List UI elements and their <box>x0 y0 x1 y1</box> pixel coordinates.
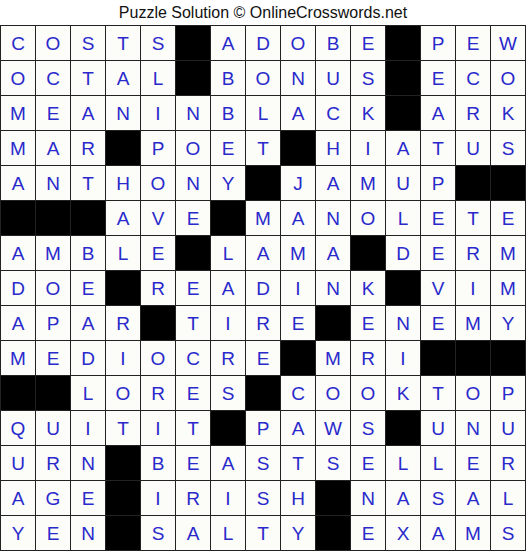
block-r6c7 <box>211 201 245 235</box>
cell-r15c1: Y <box>1 516 35 550</box>
cell-r14c12: A <box>386 481 420 515</box>
cell-r3c4: N <box>106 96 140 130</box>
cell-r2c1: O <box>1 61 35 95</box>
cell-r6c14: T <box>456 201 490 235</box>
cell-r3c9: A <box>281 96 315 130</box>
block-r1c6 <box>176 26 210 60</box>
cell-r5c2: N <box>36 166 70 200</box>
cell-r10c12: I <box>386 341 420 375</box>
cell-r13c11: E <box>351 446 385 480</box>
cell-r6c12: L <box>386 201 420 235</box>
cell-r10c3: D <box>71 341 105 375</box>
cell-r14c8: S <box>246 481 280 515</box>
cell-r15c15: S <box>491 516 525 550</box>
block-r8c12 <box>386 271 420 305</box>
cell-r14c3: E <box>71 481 105 515</box>
cell-r1c9: O <box>281 26 315 60</box>
cell-r6c5: V <box>141 201 175 235</box>
cell-r8c10: N <box>316 271 350 305</box>
cell-r9c6: T <box>176 306 210 340</box>
cell-r2c10: U <box>316 61 350 95</box>
cell-r15c9: Y <box>281 516 315 550</box>
cell-r8c5: R <box>141 271 175 305</box>
block-r6c3 <box>71 201 105 235</box>
cell-r1c8: D <box>246 26 280 60</box>
cell-r15c8: T <box>246 516 280 550</box>
cell-r15c5: S <box>141 516 175 550</box>
cell-r15c11: E <box>351 516 385 550</box>
cell-r6c6: E <box>176 201 210 235</box>
cell-r12c15: U <box>491 411 525 445</box>
cell-r6c8: M <box>246 201 280 235</box>
cell-r11c11: O <box>351 376 385 410</box>
cell-r9c8: R <box>246 306 280 340</box>
cell-r9c11: E <box>351 306 385 340</box>
block-r8c4 <box>106 271 140 305</box>
cell-r13c6: E <box>176 446 210 480</box>
cell-r7c3: B <box>71 236 105 270</box>
block-r5c15 <box>491 166 525 200</box>
puzzle-title: Puzzle Solution © OnlineCrosswords.net <box>0 0 526 25</box>
cell-r13c15: R <box>491 446 525 480</box>
cell-r7c13: E <box>421 236 455 270</box>
block-r13c4 <box>106 446 140 480</box>
cell-r10c2: E <box>36 341 70 375</box>
cell-r9c1: A <box>1 306 35 340</box>
block-r5c8 <box>246 166 280 200</box>
cell-r12c1: Q <box>1 411 35 445</box>
cell-r10c11: R <box>351 341 385 375</box>
cell-r4c15: S <box>491 131 525 165</box>
cell-r15c13: A <box>421 516 455 550</box>
cell-r3c5: I <box>141 96 175 130</box>
block-r11c8 <box>246 376 280 410</box>
cell-r2c9: N <box>281 61 315 95</box>
block-r5c14 <box>456 166 490 200</box>
cell-r5c1: A <box>1 166 35 200</box>
block-r2c6 <box>176 61 210 95</box>
cell-r1c14: E <box>456 26 490 60</box>
block-r15c4 <box>106 516 140 550</box>
cell-r8c8: D <box>246 271 280 305</box>
cell-r8c3: E <box>71 271 105 305</box>
cell-r5c13: P <box>421 166 455 200</box>
cell-r7c12: D <box>386 236 420 270</box>
cell-r11c9: C <box>281 376 315 410</box>
cell-r12c4: T <box>106 411 140 445</box>
cell-r4c8: T <box>246 131 280 165</box>
cell-r4c12: A <box>386 131 420 165</box>
block-r11c2 <box>36 376 70 410</box>
cell-r13c9: T <box>281 446 315 480</box>
cell-r5c11: M <box>351 166 385 200</box>
cell-r6c13: E <box>421 201 455 235</box>
cell-r2c3: T <box>71 61 105 95</box>
cell-r8c1: D <box>1 271 35 305</box>
block-r14c4 <box>106 481 140 515</box>
cell-r8c15: M <box>491 271 525 305</box>
cell-r4c10: H <box>316 131 350 165</box>
cell-r2c13: E <box>421 61 455 95</box>
cell-r11c5: R <box>141 376 175 410</box>
cell-r5c12: U <box>386 166 420 200</box>
cell-r6c11: O <box>351 201 385 235</box>
cell-r4c11: I <box>351 131 385 165</box>
cell-r2c8: O <box>246 61 280 95</box>
cell-r12c9: A <box>281 411 315 445</box>
cell-r9c12: N <box>386 306 420 340</box>
cell-r13c13: L <box>421 446 455 480</box>
block-r4c4 <box>106 131 140 165</box>
cell-r11c6: E <box>176 376 210 410</box>
cell-r3c10: C <box>316 96 350 130</box>
cell-r9c14: M <box>456 306 490 340</box>
cell-r3c1: M <box>1 96 35 130</box>
cell-r3c3: A <box>71 96 105 130</box>
block-r10c13 <box>421 341 455 375</box>
cell-r9c4: R <box>106 306 140 340</box>
cell-r15c7: L <box>211 516 245 550</box>
block-r9c10 <box>316 306 350 340</box>
cell-r9c15: Y <box>491 306 525 340</box>
cell-r10c7: R <box>211 341 245 375</box>
cell-r7c4: L <box>106 236 140 270</box>
cell-r9c13: E <box>421 306 455 340</box>
cell-r12c3: I <box>71 411 105 445</box>
cell-r12c6: T <box>176 411 210 445</box>
cell-r5c9: J <box>281 166 315 200</box>
cell-r1c3: S <box>71 26 105 60</box>
puzzle-solution-page: Puzzle Solution © OnlineCrosswords.net C… <box>0 0 526 551</box>
block-r10c9 <box>281 341 315 375</box>
block-r7c11 <box>351 236 385 270</box>
cell-r4c5: P <box>141 131 175 165</box>
block-r12c7 <box>211 411 245 445</box>
cell-r13c14: E <box>456 446 490 480</box>
cell-r11c3: L <box>71 376 105 410</box>
cell-r14c2: G <box>36 481 70 515</box>
block-r7c6 <box>176 236 210 270</box>
cell-r10c4: I <box>106 341 140 375</box>
block-r12c12 <box>386 411 420 445</box>
cell-r14c11: N <box>351 481 385 515</box>
cell-r1c13: P <box>421 26 455 60</box>
cell-r13c8: S <box>246 446 280 480</box>
cell-r13c7: A <box>211 446 245 480</box>
cell-r7c2: M <box>36 236 70 270</box>
cell-r7c1: A <box>1 236 35 270</box>
cell-r10c1: M <box>1 341 35 375</box>
cell-r6c4: A <box>106 201 140 235</box>
cell-r8c6: E <box>176 271 210 305</box>
cell-r10c8: E <box>246 341 280 375</box>
block-r10c14 <box>456 341 490 375</box>
cell-r12c8: P <box>246 411 280 445</box>
cell-r3c6: N <box>176 96 210 130</box>
cell-r8c9: I <box>281 271 315 305</box>
cell-r12c5: I <box>141 411 175 445</box>
cell-r2c5: L <box>141 61 175 95</box>
cell-r14c15: L <box>491 481 525 515</box>
cell-r11c14: O <box>456 376 490 410</box>
cell-r12c14: N <box>456 411 490 445</box>
cell-r2c4: A <box>106 61 140 95</box>
cell-r11c15: P <box>491 376 525 410</box>
cell-r15c3: N <box>71 516 105 550</box>
cell-r15c12: X <box>386 516 420 550</box>
cell-r5c6: N <box>176 166 210 200</box>
cell-r14c9: H <box>281 481 315 515</box>
cell-r14c5: I <box>141 481 175 515</box>
cell-r6c10: N <box>316 201 350 235</box>
cell-r9c2: P <box>36 306 70 340</box>
cell-r3c2: E <box>36 96 70 130</box>
block-r4c9 <box>281 131 315 165</box>
cell-r8c13: V <box>421 271 455 305</box>
cell-r5c5: O <box>141 166 175 200</box>
cell-r10c10: M <box>316 341 350 375</box>
cell-r12c2: U <box>36 411 70 445</box>
cell-r3c14: R <box>456 96 490 130</box>
cell-r15c14: M <box>456 516 490 550</box>
cell-r11c4: O <box>106 376 140 410</box>
cell-r14c14: A <box>456 481 490 515</box>
crossword-grid: COSTSADOBEPEWOCTALBONUSECOMEANINBLACKARK… <box>0 25 526 551</box>
cell-r7c14: R <box>456 236 490 270</box>
cell-r8c11: K <box>351 271 385 305</box>
cell-r11c12: K <box>386 376 420 410</box>
cell-r1c10: B <box>316 26 350 60</box>
cell-r5c4: H <box>106 166 140 200</box>
cell-r5c3: T <box>71 166 105 200</box>
cell-r7c5: E <box>141 236 175 270</box>
cell-r8c14: I <box>456 271 490 305</box>
cell-r14c13: S <box>421 481 455 515</box>
cell-r14c1: A <box>1 481 35 515</box>
cell-r13c12: L <box>386 446 420 480</box>
block-r3c12 <box>386 96 420 130</box>
cell-r4c3: R <box>71 131 105 165</box>
cell-r1c11: E <box>351 26 385 60</box>
block-r6c2 <box>36 201 70 235</box>
cell-r13c5: B <box>141 446 175 480</box>
cell-r7c8: A <box>246 236 280 270</box>
cell-r2c7: B <box>211 61 245 95</box>
cell-r4c14: U <box>456 131 490 165</box>
cell-r3c15: K <box>491 96 525 130</box>
cell-r1c4: T <box>106 26 140 60</box>
cell-r4c2: A <box>36 131 70 165</box>
cell-r4c1: M <box>1 131 35 165</box>
cell-r1c15: W <box>491 26 525 60</box>
cell-r2c2: C <box>36 61 70 95</box>
cell-r4c7: E <box>211 131 245 165</box>
cell-r9c3: A <box>71 306 105 340</box>
cell-r1c7: A <box>211 26 245 60</box>
cell-r9c9: E <box>281 306 315 340</box>
block-r9c5 <box>141 306 175 340</box>
cell-r2c15: O <box>491 61 525 95</box>
cell-r14c6: R <box>176 481 210 515</box>
cell-r15c6: A <box>176 516 210 550</box>
cell-r11c10: O <box>316 376 350 410</box>
cell-r1c1: C <box>1 26 35 60</box>
cell-r8c7: A <box>211 271 245 305</box>
cell-r7c9: M <box>281 236 315 270</box>
cell-r13c2: R <box>36 446 70 480</box>
block-r1c12 <box>386 26 420 60</box>
cell-r6c15: E <box>491 201 525 235</box>
block-r14c10 <box>316 481 350 515</box>
cell-r4c6: O <box>176 131 210 165</box>
cell-r13c10: S <box>316 446 350 480</box>
cell-r12c11: S <box>351 411 385 445</box>
block-r6c1 <box>1 201 35 235</box>
cell-r10c5: O <box>141 341 175 375</box>
cell-r7c7: L <box>211 236 245 270</box>
cell-r15c2: E <box>36 516 70 550</box>
cell-r7c10: A <box>316 236 350 270</box>
block-r2c12 <box>386 61 420 95</box>
cell-r3c8: L <box>246 96 280 130</box>
cell-r14c7: I <box>211 481 245 515</box>
cell-r9c7: I <box>211 306 245 340</box>
cell-r3c7: B <box>211 96 245 130</box>
cell-r4c13: T <box>421 131 455 165</box>
cell-r1c2: O <box>36 26 70 60</box>
cell-r7c15: M <box>491 236 525 270</box>
cell-r3c13: A <box>421 96 455 130</box>
cell-r2c14: C <box>456 61 490 95</box>
cell-r12c13: U <box>421 411 455 445</box>
cell-r5c7: Y <box>211 166 245 200</box>
cell-r13c3: N <box>71 446 105 480</box>
cell-r13c1: U <box>1 446 35 480</box>
cell-r6c9: A <box>281 201 315 235</box>
cell-r5c10: A <box>316 166 350 200</box>
cell-r3c11: K <box>351 96 385 130</box>
cell-r12c10: W <box>316 411 350 445</box>
cell-r8c2: O <box>36 271 70 305</box>
block-r15c10 <box>316 516 350 550</box>
cell-r2c11: S <box>351 61 385 95</box>
block-r11c1 <box>1 376 35 410</box>
cell-r1c5: S <box>141 26 175 60</box>
cell-r11c7: S <box>211 376 245 410</box>
cell-r10c6: C <box>176 341 210 375</box>
block-r10c15 <box>491 341 525 375</box>
cell-r11c13: T <box>421 376 455 410</box>
